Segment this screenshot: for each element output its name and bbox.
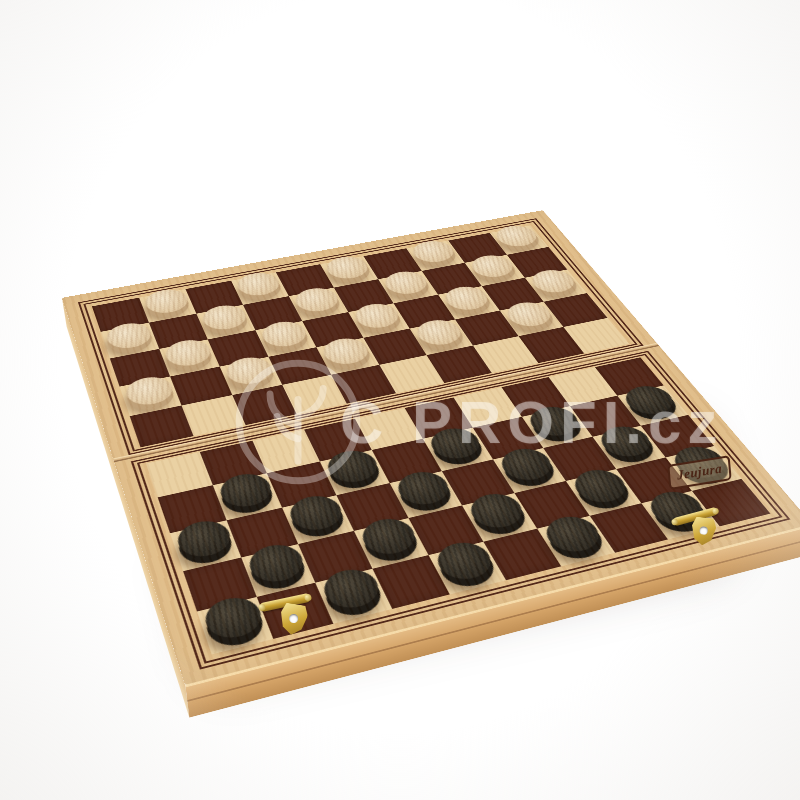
light-square bbox=[182, 395, 246, 436]
dark-square bbox=[130, 406, 194, 448]
dark-checker-piece[interactable] bbox=[324, 453, 386, 493]
dark-square bbox=[372, 555, 449, 609]
light-square bbox=[355, 408, 423, 450]
dark-square bbox=[590, 503, 668, 552]
dark-checker-piece[interactable] bbox=[497, 451, 561, 491]
dark-square bbox=[409, 505, 484, 555]
dark-square bbox=[543, 437, 616, 481]
dark-checker-piece[interactable] bbox=[542, 519, 611, 564]
dark-checker-piece[interactable] bbox=[358, 521, 424, 566]
dark-square bbox=[473, 417, 543, 460]
brass-clasp-right bbox=[665, 501, 743, 561]
board-top-surface bbox=[62, 210, 800, 685]
dark-checker-piece[interactable] bbox=[433, 545, 502, 592]
dark-square bbox=[514, 481, 589, 529]
dark-square bbox=[304, 419, 372, 462]
dark-checker-piece[interactable] bbox=[217, 476, 278, 518]
light-square bbox=[462, 493, 537, 542]
light-square bbox=[617, 385, 688, 425]
dark-square bbox=[183, 557, 257, 611]
dark-checker-piece[interactable] bbox=[394, 474, 458, 515]
light-square bbox=[354, 518, 429, 569]
light-square bbox=[390, 471, 462, 518]
dark-square bbox=[200, 441, 267, 486]
dark-square bbox=[227, 508, 299, 558]
dark-square bbox=[336, 483, 408, 531]
light-square bbox=[566, 469, 641, 516]
light-square bbox=[213, 473, 282, 520]
dark-square bbox=[483, 529, 561, 581]
dark-checker-piece[interactable] bbox=[427, 430, 489, 468]
light-checker-piece[interactable] bbox=[123, 379, 178, 414]
dark-square bbox=[442, 459, 515, 505]
dark-checker-piece[interactable] bbox=[621, 388, 684, 424]
dark-checker-piece[interactable] bbox=[245, 547, 310, 594]
product-photo: C PROFI.cz Jeujura bbox=[0, 0, 800, 800]
light-square bbox=[146, 452, 213, 497]
light-square bbox=[423, 428, 493, 471]
light-square bbox=[320, 450, 390, 495]
light-square bbox=[522, 406, 593, 448]
dark-checker-piece[interactable] bbox=[466, 496, 532, 539]
light-square bbox=[170, 520, 241, 571]
dark-square bbox=[570, 396, 641, 437]
dark-square bbox=[267, 462, 337, 508]
light-square bbox=[252, 430, 319, 474]
brass-clasp-left bbox=[252, 588, 336, 650]
dark-checker-piece[interactable] bbox=[570, 472, 637, 513]
dark-checker-piece[interactable] bbox=[286, 498, 350, 541]
light-square bbox=[593, 426, 666, 469]
dark-square bbox=[405, 398, 473, 439]
dark-checker-piece[interactable] bbox=[174, 523, 237, 568]
dark-checker-piece[interactable] bbox=[597, 428, 662, 466]
light-square bbox=[282, 495, 354, 544]
dark-square bbox=[158, 485, 227, 533]
dark-square bbox=[641, 415, 714, 458]
light-square bbox=[537, 516, 615, 567]
dark-checker-piece[interactable] bbox=[526, 408, 589, 445]
dark-square bbox=[298, 531, 372, 583]
light-square bbox=[429, 542, 507, 595]
dark-square bbox=[372, 439, 442, 483]
light-square bbox=[493, 448, 566, 493]
draughts-board bbox=[62, 210, 800, 685]
